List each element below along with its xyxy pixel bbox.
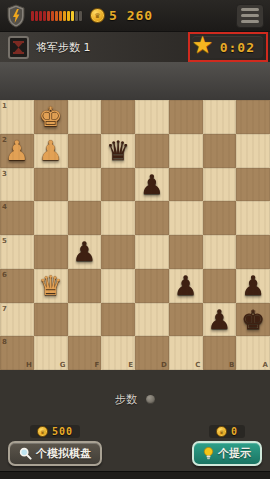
square-c1[interactable] xyxy=(169,100,203,134)
square-a2[interactable] xyxy=(236,134,270,168)
lightbulb-icon xyxy=(203,447,214,460)
shield-energy-icon xyxy=(6,4,26,28)
square-e1[interactable] xyxy=(101,100,135,134)
square-d6[interactable] xyxy=(135,269,169,303)
hint-button[interactable]: 个提示 xyxy=(192,441,262,466)
white-pawn: ♟ xyxy=(34,134,68,168)
square-g8[interactable]: G xyxy=(34,336,68,370)
square-c2[interactable] xyxy=(169,134,203,168)
file-label: D xyxy=(161,361,167,369)
square-c6[interactable]: ♟ xyxy=(169,269,203,303)
square-e4[interactable] xyxy=(101,201,135,235)
square-f6[interactable] xyxy=(68,269,102,303)
square-e3[interactable] xyxy=(101,168,135,202)
hamburger-bar xyxy=(241,20,259,23)
energy-segment xyxy=(67,11,70,21)
square-a1[interactable] xyxy=(236,100,270,134)
file-label: A xyxy=(263,361,268,369)
file-label: G xyxy=(60,361,66,369)
square-f7[interactable] xyxy=(68,303,102,337)
energy-segment xyxy=(31,11,34,21)
puzzle-objective-label: 将军步数 1 xyxy=(36,40,91,55)
chess-puzzle-app: ♛ 5 260 将军步数 1 ★ 0:02 1♚2♟♟♛3♟45♟6♛♟♟7♟♚… xyxy=(0,0,270,479)
square-d4[interactable] xyxy=(135,201,169,235)
square-b8[interactable]: B xyxy=(203,336,237,370)
footer: 步数 ♛ 500 个模拟棋盘 ♛ 0 xyxy=(0,370,270,479)
square-b4[interactable] xyxy=(203,201,237,235)
white-pawn: ♟ xyxy=(0,134,34,168)
rank-label: 6 xyxy=(2,271,7,279)
energy-segment xyxy=(59,11,62,21)
square-c8[interactable]: C xyxy=(169,336,203,370)
coin-icon: ♛ xyxy=(37,426,48,437)
square-a8[interactable]: A xyxy=(236,336,270,370)
square-h6[interactable]: 6 xyxy=(0,269,34,303)
hamburger-bar xyxy=(241,14,259,17)
timer-value: 0:02 xyxy=(220,40,255,55)
sim-cost-pill: ♛ 500 xyxy=(30,425,80,438)
square-e5[interactable] xyxy=(101,235,135,269)
file-label: C xyxy=(195,361,200,369)
square-h5[interactable]: 5 xyxy=(0,235,34,269)
square-h1[interactable]: 1 xyxy=(0,100,34,134)
square-b1[interactable] xyxy=(203,100,237,134)
rank-label: 8 xyxy=(2,338,7,346)
board-top-margin xyxy=(0,62,270,100)
file-label: H xyxy=(26,361,32,369)
square-h4[interactable]: 4 xyxy=(0,201,34,235)
square-f4[interactable] xyxy=(68,201,102,235)
square-g2[interactable]: ♟ xyxy=(34,134,68,168)
hourglass-icon xyxy=(8,36,29,59)
square-b7[interactable]: ♟ xyxy=(203,303,237,337)
square-b5[interactable] xyxy=(203,235,237,269)
steps-row: 步数 xyxy=(0,370,270,407)
rank-label: 7 xyxy=(2,305,7,313)
simulate-board-label: 个模拟棋盘 xyxy=(36,446,91,461)
simulate-board-button[interactable]: 个模拟棋盘 xyxy=(8,441,102,466)
energy-segment xyxy=(79,11,82,21)
square-d7[interactable] xyxy=(135,303,169,337)
square-f5[interactable]: ♟ xyxy=(68,235,102,269)
hint-cost-pill: ♛ 0 xyxy=(209,425,245,438)
energy-segment xyxy=(47,11,50,21)
timer-chip: ★ 0:02 xyxy=(192,36,263,58)
energy-segment xyxy=(75,11,78,21)
square-e6[interactable] xyxy=(101,269,135,303)
square-g4[interactable] xyxy=(34,201,68,235)
energy-segment xyxy=(39,11,42,21)
black-queen: ♛ xyxy=(101,134,135,168)
square-d8[interactable]: D xyxy=(135,336,169,370)
square-e2[interactable]: ♛ xyxy=(101,134,135,168)
star-icon: ★ xyxy=(192,33,214,57)
square-e8[interactable]: E xyxy=(101,336,135,370)
energy-segment xyxy=(63,11,66,21)
coin-icon: ♛ xyxy=(90,8,105,23)
square-d1[interactable] xyxy=(135,100,169,134)
file-label: E xyxy=(128,361,133,369)
top-bar: ♛ 5 260 xyxy=(0,0,270,32)
square-h7[interactable]: 7 xyxy=(0,303,34,337)
square-a4[interactable] xyxy=(236,201,270,235)
square-f1[interactable] xyxy=(68,100,102,134)
hamburger-menu-button[interactable] xyxy=(236,4,264,28)
square-h2[interactable]: 2♟ xyxy=(0,134,34,168)
chess-board[interactable]: 1♚2♟♟♛3♟45♟6♛♟♟7♟♚8HGFEDCBA xyxy=(0,100,270,370)
rank-label: 1 xyxy=(2,102,7,110)
square-d2[interactable] xyxy=(135,134,169,168)
black-king: ♚ xyxy=(236,303,270,337)
square-g7[interactable] xyxy=(34,303,68,337)
rank-label: 5 xyxy=(2,237,7,245)
square-a5[interactable] xyxy=(236,235,270,269)
energy-segment xyxy=(55,11,58,21)
sim-board-group: ♛ 500 个模拟棋盘 xyxy=(8,425,102,466)
square-e7[interactable] xyxy=(101,303,135,337)
energy-segment xyxy=(43,11,46,21)
rank-label: 4 xyxy=(2,203,7,211)
square-a6[interactable]: ♟ xyxy=(236,269,270,303)
white-king: ♚ xyxy=(34,100,68,134)
black-pawn: ♟ xyxy=(135,168,169,202)
file-label: F xyxy=(94,361,99,369)
steps-label: 步数 xyxy=(115,392,137,407)
square-g5[interactable] xyxy=(34,235,68,269)
energy-segment xyxy=(35,11,38,21)
square-c7[interactable] xyxy=(169,303,203,337)
puzzle-bar: 将军步数 1 ★ 0:02 xyxy=(0,32,270,62)
energy-segment xyxy=(71,11,74,21)
sim-cost-value: 500 xyxy=(52,426,73,437)
hamburger-bar xyxy=(241,8,259,11)
rank-label: 3 xyxy=(2,170,7,178)
square-b3[interactable] xyxy=(203,168,237,202)
black-pawn: ♟ xyxy=(169,269,203,303)
square-b6[interactable] xyxy=(203,269,237,303)
coin-balance: 5 260 xyxy=(109,8,153,23)
black-pawn: ♟ xyxy=(236,269,270,303)
bottom-strip xyxy=(0,471,270,479)
square-a3[interactable] xyxy=(236,168,270,202)
square-g6[interactable]: ♛ xyxy=(34,269,68,303)
square-f2[interactable] xyxy=(68,134,102,168)
square-b2[interactable] xyxy=(203,134,237,168)
step-dot xyxy=(146,395,155,404)
square-g3[interactable] xyxy=(34,168,68,202)
coin-icon: ♛ xyxy=(216,426,227,437)
white-queen: ♛ xyxy=(34,269,68,303)
square-c4[interactable] xyxy=(169,201,203,235)
square-d5[interactable] xyxy=(135,235,169,269)
square-a7[interactable]: ♚ xyxy=(236,303,270,337)
energy-segment xyxy=(51,11,54,21)
black-pawn: ♟ xyxy=(68,235,102,269)
square-h8[interactable]: 8H xyxy=(0,336,34,370)
magnifier-icon xyxy=(19,447,32,460)
hint-cost-value: 0 xyxy=(231,426,238,437)
square-c5[interactable] xyxy=(169,235,203,269)
hint-label: 个提示 xyxy=(218,446,251,461)
square-h3[interactable]: 3 xyxy=(0,168,34,202)
black-pawn: ♟ xyxy=(203,303,237,337)
energy-meter xyxy=(31,11,82,21)
file-label: B xyxy=(229,361,234,369)
square-g1[interactable]: ♚ xyxy=(34,100,68,134)
hint-group: ♛ 0 个提示 xyxy=(192,425,262,466)
square-d3[interactable]: ♟ xyxy=(135,168,169,202)
square-c3[interactable] xyxy=(169,168,203,202)
square-f8[interactable]: F xyxy=(68,336,102,370)
square-f3[interactable] xyxy=(68,168,102,202)
